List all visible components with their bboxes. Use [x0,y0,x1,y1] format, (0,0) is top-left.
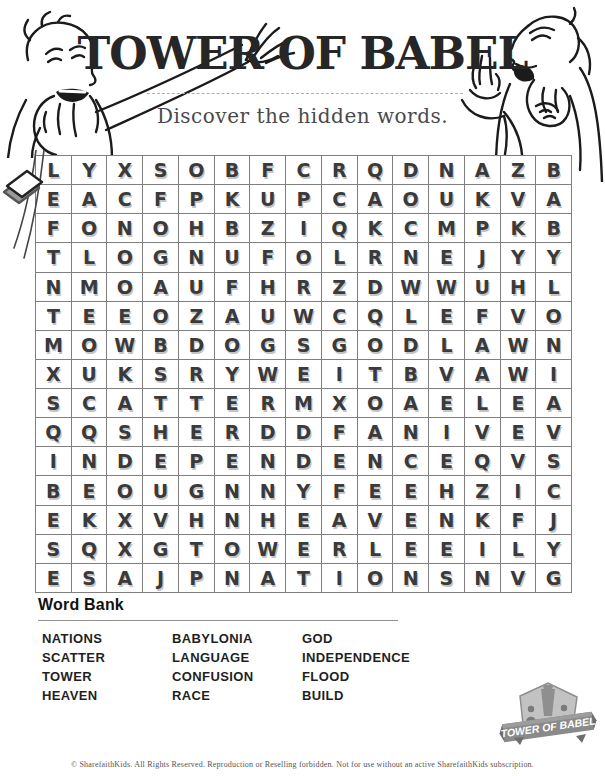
grid-cell-r15c13[interactable]: N [465,564,501,593]
grid-cell-r8c12[interactable]: V [429,360,465,389]
grid-cell-r12c12[interactable]: H [429,476,465,505]
grid-cell-r8c9[interactable]: I [322,360,358,389]
word-bank: NATIONSSCATTERTOWERHEAVEN BABYLONIALANGU… [42,629,410,705]
grid-cell-r10c15[interactable]: V [536,418,572,447]
grid-cell-r15c6[interactable]: N [215,564,251,593]
word-bank-item: HEAVEN [42,686,172,705]
grid-cell-r8c1[interactable]: X [36,360,72,389]
grid-cell-r15c8[interactable]: T [286,564,322,593]
grid-cell-r4c9[interactable]: L [322,243,358,272]
grid-cell-r13c13[interactable]: K [465,506,501,535]
grid-cell-r11c6[interactable]: E [215,447,251,476]
grid-cell-r5c12[interactable]: W [429,273,465,302]
grid-cell-r11c11[interactable]: C [393,447,429,476]
grid-cell-r13c8[interactable]: E [286,506,322,535]
grid-cell-r5c2[interactable]: M [72,273,108,302]
page-title: TOWER OF BABEL [0,28,605,79]
grid-cell-r1c9[interactable]: R [322,156,358,185]
grid-cell-r13c6[interactable]: N [215,506,251,535]
grid-cell-r2c5[interactable]: P [179,185,215,214]
word-search-grid[interactable]: LYXSOBFCRQDNAZBEACFPKUPCAOUKVAFONOHBZIQK… [35,155,572,593]
grid-cell-r9c7[interactable]: R [250,389,286,418]
grid-cell-r7c15[interactable]: N [536,331,572,360]
word-bank-item: BUILD [302,686,410,705]
grid-cell-r6c2[interactable]: E [72,302,108,331]
grid-cell-r6c7[interactable]: U [250,302,286,331]
grid-cell-r13c11[interactable]: E [393,506,429,535]
grid-cell-r14c12[interactable]: E [429,535,465,564]
grid-cell-r10c13[interactable]: V [465,418,501,447]
grid-cell-r13c3[interactable]: X [107,506,143,535]
grid-cell-r2c6[interactable]: K [215,185,251,214]
grid-cell-r14c13[interactable]: I [465,535,501,564]
grid-cell-r10c4[interactable]: H [143,418,179,447]
grid-cell-r14c7[interactable]: W [250,535,286,564]
grid-cell-r14c3[interactable]: X [107,535,143,564]
grid-cell-r8c8[interactable]: E [286,360,322,389]
word-bank-column: BABYLONIALANGUAGECONFUSIONRACE [172,629,302,705]
grid-cell-r14c4[interactable]: G [143,535,179,564]
grid-cell-r9c2[interactable]: C [72,389,108,418]
grid-cell-r5c8[interactable]: R [286,273,322,302]
grid-cell-r10c8[interactable]: D [286,418,322,447]
grid-cell-r1c12[interactable]: N [429,156,465,185]
grid-cell-r9c10[interactable]: O [358,389,394,418]
grid-cell-r12c7[interactable]: N [250,476,286,505]
grid-cell-r3c15[interactable]: B [536,214,572,243]
grid-cell-r4c11[interactable]: N [393,243,429,272]
grid-cell-r7c1[interactable]: M [36,331,72,360]
grid-cell-r2c9[interactable]: C [322,185,358,214]
grid-cell-r1c3[interactable]: X [107,156,143,185]
grid-cell-r6c4[interactable]: O [143,302,179,331]
grid-cell-r7c12[interactable]: L [429,331,465,360]
grid-cell-r1c15[interactable]: B [536,156,572,185]
grid-cell-r3c7[interactable]: Z [250,214,286,243]
grid-cell-r14c10[interactable]: L [358,535,394,564]
grid-cell-r11c1[interactable]: I [36,447,72,476]
grid-cell-r15c1[interactable]: E [36,564,72,593]
grid-cell-r5c3[interactable]: O [107,273,143,302]
grid-cell-r7c10[interactable]: O [358,331,394,360]
grid-cell-r6c9[interactable]: C [322,302,358,331]
grid-cell-r10c10[interactable]: A [358,418,394,447]
grid-cell-r3c10[interactable]: K [358,214,394,243]
grid-cell-r9c8[interactable]: M [286,389,322,418]
grid-cell-r3c13[interactable]: P [465,214,501,243]
grid-cell-r7c11[interactable]: D [393,331,429,360]
grid-cell-r12c11[interactable]: E [393,476,429,505]
grid-cell-r14c11[interactable]: E [393,535,429,564]
grid-cell-r15c10[interactable]: O [358,564,394,593]
grid-cell-r6c3[interactable]: E [107,302,143,331]
grid-cell-r1c6[interactable]: B [215,156,251,185]
grid-cell-r8c15[interactable]: I [536,360,572,389]
grid-cell-r5c6[interactable]: F [215,273,251,302]
grid-cell-r9c1[interactable]: S [36,389,72,418]
grid-cell-r13c9[interactable]: A [322,506,358,535]
grid-cell-r6c12[interactable]: E [429,302,465,331]
grid-cell-r13c14[interactable]: F [501,506,537,535]
grid-cell-r13c4[interactable]: V [143,506,179,535]
grid-cell-r9c12[interactable]: E [429,389,465,418]
grid-cell-r2c1[interactable]: E [36,185,72,214]
grid-cell-r15c12[interactable]: S [429,564,465,593]
grid-cell-r2c7[interactable]: U [250,185,286,214]
grid-cell-r1c1[interactable]: L [36,156,72,185]
grid-cell-r12c6[interactable]: N [215,476,251,505]
grid-cell-r12c5[interactable]: G [179,476,215,505]
grid-cell-r4c1[interactable]: T [36,243,72,272]
grid-cell-r5c15[interactable]: L [536,273,572,302]
grid-cell-r15c9[interactable]: I [322,564,358,593]
grid-cell-r12c1[interactable]: B [36,476,72,505]
grid-cell-r3c2[interactable]: O [72,214,108,243]
grid-cell-r11c3[interactable]: D [107,447,143,476]
copyright-text: © SharefaithKids. All Rights Reserved. R… [0,760,605,769]
word-bank-item: FLOOD [302,667,410,686]
grid-cell-r9c3[interactable]: A [107,389,143,418]
grid-cell-r6c8[interactable]: W [286,302,322,331]
grid-cell-r15c11[interactable]: N [393,564,429,593]
grid-cell-r15c4[interactable]: J [143,564,179,593]
grid-cell-r9c14[interactable]: E [501,389,537,418]
grid-cell-r10c2[interactable]: Q [72,418,108,447]
word-bank-heading: Word Bank [38,596,124,614]
word-bank-item: NATIONS [42,629,172,648]
grid-cell-r8c3[interactable]: K [107,360,143,389]
grid-cell-r10c1[interactable]: Q [36,418,72,447]
grid-cell-r15c14[interactable]: V [501,564,537,593]
tower-of-babel-badge-logo: TOWER OF BABEL [498,680,598,750]
word-bank-item: LANGUAGE [172,648,302,667]
grid-cell-r9c9[interactable]: X [322,389,358,418]
grid-cell-r12c9[interactable]: F [322,476,358,505]
grid-cell-r5c9[interactable]: Z [322,273,358,302]
grid-cell-r9c13[interactable]: L [465,389,501,418]
grid-cell-r10c3[interactable]: S [107,418,143,447]
grid-cell-r8c13[interactable]: A [465,360,501,389]
grid-cell-r13c10[interactable]: V [358,506,394,535]
grid-cell-r8c7[interactable]: W [250,360,286,389]
grid-cell-r6c1[interactable]: T [36,302,72,331]
grid-cell-r15c3[interactable]: A [107,564,143,593]
grid-cell-r6c15[interactable]: O [536,302,572,331]
word-bank-column: NATIONSSCATTERTOWERHEAVEN [42,629,172,705]
word-bank-item: TOWER [42,667,172,686]
dotted-separator [147,93,463,94]
grid-cell-r3c3[interactable]: N [107,214,143,243]
grid-cell-r3c6[interactable]: B [215,214,251,243]
grid-cell-r7c3[interactable]: W [107,331,143,360]
grid-cell-r7c4[interactable]: B [143,331,179,360]
grid-cell-r12c3[interactable]: O [107,476,143,505]
grid-cell-r14c14[interactable]: L [501,535,537,564]
grid-cell-r7c9[interactable]: G [322,331,358,360]
grid-cell-r2c12[interactable]: U [429,185,465,214]
grid-cell-r11c15[interactable]: S [536,447,572,476]
grid-cell-r11c5[interactable]: P [179,447,215,476]
grid-cell-r3c8[interactable]: I [286,214,322,243]
grid-cell-r12c4[interactable]: U [143,476,179,505]
grid-cell-r10c5[interactable]: E [179,418,215,447]
grid-cell-r4c2[interactable]: L [72,243,108,272]
grid-cell-r3c9[interactable]: Q [322,214,358,243]
grid-cell-r2c15[interactable]: A [536,185,572,214]
grid-cell-r2c10[interactable]: A [358,185,394,214]
grid-cell-r9c11[interactable]: A [393,389,429,418]
page-subtitle: Discover the hidden words. [0,104,605,128]
grid-cell-r14c15[interactable]: Y [536,535,572,564]
grid-cell-r2c11[interactable]: O [393,185,429,214]
grid-cell-r4c4[interactable]: G [143,243,179,272]
grid-cell-r8c10[interactable]: T [358,360,394,389]
grid-cell-r6c10[interactable]: Q [358,302,394,331]
grid-cell-r3c4[interactable]: O [143,214,179,243]
grid-cell-r4c5[interactable]: N [179,243,215,272]
grid-cell-r14c1[interactable]: S [36,535,72,564]
grid-cell-r2c13[interactable]: K [465,185,501,214]
grid-cell-r8c5[interactable]: R [179,360,215,389]
grid-cell-r10c6[interactable]: R [215,418,251,447]
grid-cell-r12c13[interactable]: Z [465,476,501,505]
grid-cell-r2c4[interactable]: F [143,185,179,214]
word-bank-item: GOD [302,629,410,648]
grid-cell-r6c5[interactable]: Z [179,302,215,331]
grid-cell-r15c5[interactable]: P [179,564,215,593]
grid-cell-r4c7[interactable]: F [250,243,286,272]
grid-cell-r9c4[interactable]: T [143,389,179,418]
word-bank-item: SCATTER [42,648,172,667]
grid-cell-r10c7[interactable]: D [250,418,286,447]
grid-cell-r1c10[interactable]: Q [358,156,394,185]
grid-cell-r4c13[interactable]: J [465,243,501,272]
grid-cell-r14c2[interactable]: Q [72,535,108,564]
grid-cell-r10c9[interactable]: F [322,418,358,447]
grid-cell-r14c5[interactable]: T [179,535,215,564]
grid-cell-r4c15[interactable]: Y [536,243,572,272]
grid-cell-r7c13[interactable]: A [465,331,501,360]
grid-cell-r11c7[interactable]: N [250,447,286,476]
grid-cell-r6c13[interactable]: F [465,302,501,331]
grid-cell-r12c14[interactable]: I [501,476,537,505]
grid-cell-r6c14[interactable]: V [501,302,537,331]
grid-cell-r3c12[interactable]: M [429,214,465,243]
grid-cell-r12c2[interactable]: E [72,476,108,505]
grid-cell-r5c1[interactable]: N [36,273,72,302]
grid-cell-r15c2[interactable]: S [72,564,108,593]
grid-cell-r13c5[interactable]: H [179,506,215,535]
grid-cell-r12c15[interactable]: C [536,476,572,505]
grid-cell-r10c14[interactable]: E [501,418,537,447]
grid-cell-r11c8[interactable]: D [286,447,322,476]
grid-cell-r11c10[interactable]: N [358,447,394,476]
grid-cell-r2c8[interactable]: P [286,185,322,214]
grid-cell-r5c4[interactable]: A [143,273,179,302]
word-bank-item: INDEPENDENCE [302,648,410,667]
grid-cell-r15c7[interactable]: A [250,564,286,593]
grid-cell-r7c6[interactable]: O [215,331,251,360]
grid-cell-r11c12[interactable]: E [429,447,465,476]
grid-cell-r14c6[interactable]: O [215,535,251,564]
grid-cell-r5c14[interactable]: H [501,273,537,302]
grid-cell-r7c8[interactable]: S [286,331,322,360]
grid-cell-r5c5[interactable]: U [179,273,215,302]
grid-cell-r11c13[interactable]: Q [465,447,501,476]
grid-cell-r14c8[interactable]: E [286,535,322,564]
grid-cell-r8c2[interactable]: U [72,360,108,389]
grid-cell-r7c5[interactable]: D [179,331,215,360]
grid-cell-r14c9[interactable]: R [322,535,358,564]
grid-cell-r13c12[interactable]: N [429,506,465,535]
grid-cell-r8c11[interactable]: B [393,360,429,389]
grid-cell-r11c2[interactable]: N [72,447,108,476]
word-bank-item: RACE [172,686,302,705]
grid-cell-r1c8[interactable]: C [286,156,322,185]
grid-cell-r12c10[interactable]: E [358,476,394,505]
grid-cell-r2c14[interactable]: V [501,185,537,214]
word-bank-rule [38,620,398,621]
grid-cell-r12c8[interactable]: Y [286,476,322,505]
grid-cell-r10c12[interactable]: I [429,418,465,447]
grid-cell-r1c4[interactable]: S [143,156,179,185]
grid-cell-r4c3[interactable]: O [107,243,143,272]
grid-cell-r4c8[interactable]: O [286,243,322,272]
grid-cell-r7c7[interactable]: G [250,331,286,360]
grid-cell-r13c2[interactable]: K [72,506,108,535]
grid-cell-r10c11[interactable]: N [393,418,429,447]
grid-cell-r5c10[interactable]: D [358,273,394,302]
worksheet-page: TOWER OF BABEL Discover the hidden words… [0,0,605,776]
grid-cell-r5c13[interactable]: U [465,273,501,302]
grid-cell-r3c1[interactable]: F [36,214,72,243]
grid-cell-r2c2[interactable]: A [72,185,108,214]
grid-cell-r3c11[interactable]: C [393,214,429,243]
grid-cell-r8c6[interactable]: Y [215,360,251,389]
grid-cell-r7c2[interactable]: O [72,331,108,360]
grid-cell-r7c14[interactable]: W [501,331,537,360]
grid-cell-r1c5[interactable]: O [179,156,215,185]
word-bank-column: GODINDEPENDENCEFLOODBUILD [302,629,410,705]
grid-cell-r1c13[interactable]: A [465,156,501,185]
grid-cell-r4c6[interactable]: U [215,243,251,272]
grid-cell-r4c12[interactable]: E [429,243,465,272]
grid-cell-r1c7[interactable]: F [250,156,286,185]
grid-cell-r4c14[interactable]: Y [501,243,537,272]
grid-cell-r1c14[interactable]: Z [501,156,537,185]
grid-cell-r11c4[interactable]: E [143,447,179,476]
word-bank-item: CONFUSION [172,667,302,686]
grid-cell-r6c11[interactable]: L [393,302,429,331]
grid-cell-r9c5[interactable]: T [179,389,215,418]
grid-cell-r2c3[interactable]: C [107,185,143,214]
grid-cell-r13c15[interactable]: J [536,506,572,535]
grid-cell-r4c10[interactable]: R [358,243,394,272]
word-bank-item: BABYLONIA [172,629,302,648]
grid-cell-r3c14[interactable]: K [501,214,537,243]
grid-cell-r5c7[interactable]: H [250,273,286,302]
grid-cell-r15c15[interactable]: G [536,564,572,593]
grid-cell-r3c5[interactable]: H [179,214,215,243]
grid-cell-r13c1[interactable]: E [36,506,72,535]
grid-cell-r13c7[interactable]: H [250,506,286,535]
grid-cell-r8c14[interactable]: W [501,360,537,389]
grid-cell-r1c2[interactable]: Y [72,156,108,185]
grid-cell-r11c9[interactable]: E [322,447,358,476]
grid-cell-r9c15[interactable]: A [536,389,572,418]
grid-cell-r1c11[interactable]: D [393,156,429,185]
grid-cell-r6c6[interactable]: A [215,302,251,331]
grid-cell-r8c4[interactable]: S [143,360,179,389]
grid-cell-r5c11[interactable]: W [393,273,429,302]
grid-cell-r11c14[interactable]: V [501,447,537,476]
grid-cell-r9c6[interactable]: E [215,389,251,418]
